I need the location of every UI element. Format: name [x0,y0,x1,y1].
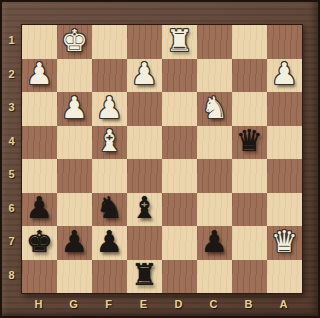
chess-diagram: ♚♜♟♟♟♟♟♞♝♛♟♞♝♚♟♟♟♛♜ 12345678 HGFEDCBA [0,0,320,318]
square-a5[interactable] [267,159,302,193]
square-b3[interactable] [232,92,267,126]
square-e8[interactable]: ♜ [127,260,162,294]
file-label-e: E [126,293,161,316]
square-a8[interactable] [267,260,302,294]
rank-label-6: 6 [2,192,21,226]
square-f5[interactable] [92,159,127,193]
white-bishop[interactable]: ♝ [96,126,123,156]
square-g8[interactable] [57,260,92,294]
square-g7[interactable]: ♟ [57,226,92,260]
square-b6[interactable] [232,193,267,227]
square-b8[interactable] [232,260,267,294]
square-g1[interactable]: ♚ [57,25,92,59]
square-h4[interactable] [22,126,57,160]
square-d4[interactable] [162,126,197,160]
square-c8[interactable] [197,260,232,294]
square-b1[interactable] [232,25,267,59]
square-f4[interactable]: ♝ [92,126,127,160]
square-a6[interactable] [267,193,302,227]
square-e2[interactable]: ♟ [127,59,162,93]
square-h8[interactable] [22,260,57,294]
file-label-f: F [91,293,126,316]
white-pawn[interactable]: ♟ [26,59,53,89]
rank-label-4: 4 [2,125,21,159]
file-label-h: H [21,293,56,316]
black-rook[interactable]: ♜ [131,260,158,290]
white-pawn[interactable]: ♟ [271,59,298,89]
square-f1[interactable] [92,25,127,59]
chess-board: ♚♜♟♟♟♟♟♞♝♛♟♞♝♚♟♟♟♛♜ [21,24,303,294]
square-c7[interactable]: ♟ [197,226,232,260]
square-h6[interactable]: ♟ [22,193,57,227]
square-c3[interactable]: ♞ [197,92,232,126]
square-f6[interactable]: ♞ [92,193,127,227]
square-d8[interactable] [162,260,197,294]
square-e5[interactable] [127,159,162,193]
square-d6[interactable] [162,193,197,227]
square-g6[interactable] [57,193,92,227]
square-h2[interactable]: ♟ [22,59,57,93]
square-c5[interactable] [197,159,232,193]
square-a2[interactable]: ♟ [267,59,302,93]
square-d7[interactable] [162,226,197,260]
white-pawn[interactable]: ♟ [131,59,158,89]
black-king[interactable]: ♚ [26,227,53,257]
black-bishop[interactable]: ♝ [131,193,158,223]
file-label-b: B [231,293,266,316]
square-b5[interactable] [232,159,267,193]
square-h3[interactable] [22,92,57,126]
square-g2[interactable] [57,59,92,93]
square-f2[interactable] [92,59,127,93]
square-g4[interactable] [57,126,92,160]
black-pawn[interactable]: ♟ [96,227,123,257]
square-f7[interactable]: ♟ [92,226,127,260]
file-label-a: A [266,293,301,316]
square-c2[interactable] [197,59,232,93]
square-f3[interactable]: ♟ [92,92,127,126]
file-label-g: G [56,293,91,316]
black-pawn[interactable]: ♟ [61,227,88,257]
white-queen[interactable]: ♛ [271,227,298,257]
file-label-d: D [161,293,196,316]
square-e3[interactable] [127,92,162,126]
square-g3[interactable]: ♟ [57,92,92,126]
black-knight[interactable]: ♞ [96,193,123,223]
square-e7[interactable] [127,226,162,260]
white-pawn[interactable]: ♟ [96,93,123,123]
square-h5[interactable] [22,159,57,193]
rank-label-3: 3 [2,91,21,125]
square-e1[interactable] [127,25,162,59]
square-e4[interactable] [127,126,162,160]
white-rook[interactable]: ♜ [166,26,193,56]
rank-label-8: 8 [2,259,21,293]
rank-label-1: 1 [2,24,21,58]
square-h1[interactable] [22,25,57,59]
black-pawn[interactable]: ♟ [201,227,228,257]
square-g5[interactable] [57,159,92,193]
square-d5[interactable] [162,159,197,193]
square-b7[interactable] [232,226,267,260]
square-b4[interactable]: ♛ [232,126,267,160]
black-queen[interactable]: ♛ [236,126,263,156]
square-e6[interactable]: ♝ [127,193,162,227]
file-label-c: C [196,293,231,316]
rank-label-7: 7 [2,225,21,259]
square-d3[interactable] [162,92,197,126]
square-d1[interactable]: ♜ [162,25,197,59]
square-a3[interactable] [267,92,302,126]
square-c6[interactable] [197,193,232,227]
rank-label-2: 2 [2,58,21,92]
square-a1[interactable] [267,25,302,59]
square-c4[interactable] [197,126,232,160]
white-pawn[interactable]: ♟ [61,93,88,123]
square-c1[interactable] [197,25,232,59]
square-a4[interactable] [267,126,302,160]
square-d2[interactable] [162,59,197,93]
square-f8[interactable] [92,260,127,294]
black-pawn[interactable]: ♟ [26,193,53,223]
rank-label-5: 5 [2,158,21,192]
square-a7[interactable]: ♛ [267,226,302,260]
white-knight[interactable]: ♞ [201,93,228,123]
square-b2[interactable] [232,59,267,93]
square-h7[interactable]: ♚ [22,226,57,260]
white-king[interactable]: ♚ [61,26,88,56]
